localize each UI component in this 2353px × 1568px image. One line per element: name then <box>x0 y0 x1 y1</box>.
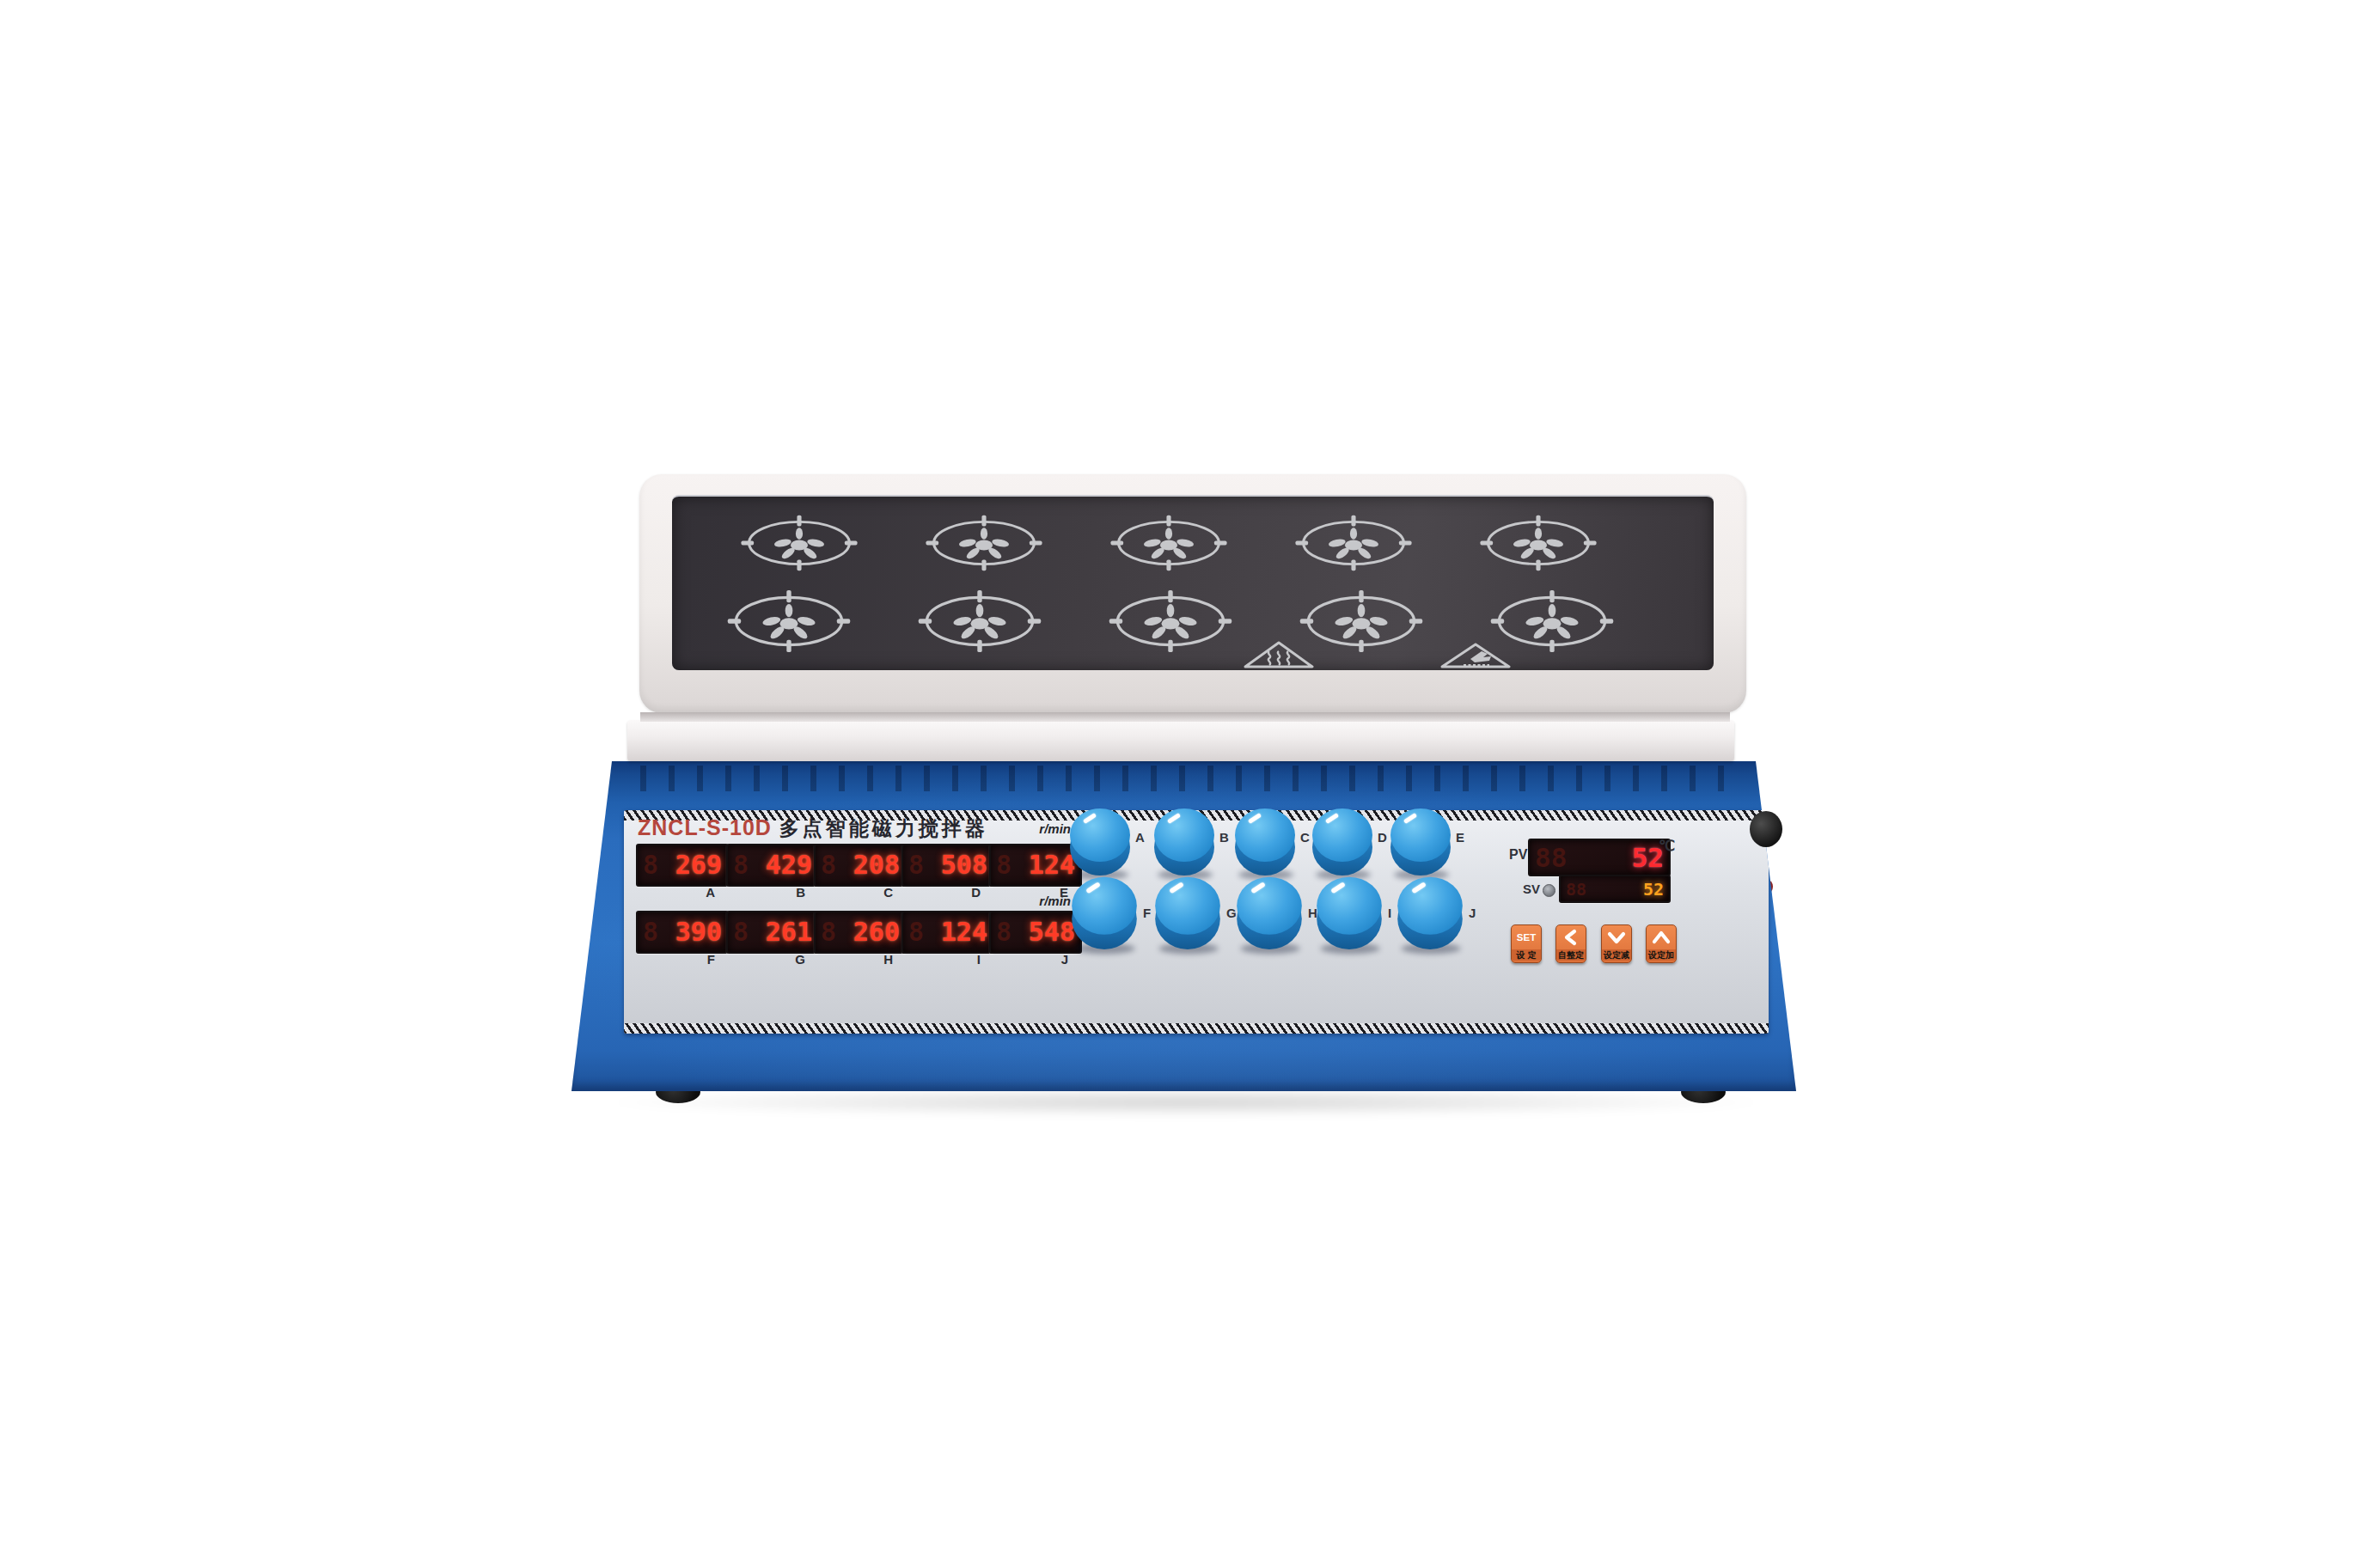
knob-letter-b: B <box>1219 830 1229 845</box>
rpm-display-g: 8261 <box>726 911 819 954</box>
knob-letter-d: D <box>1378 830 1387 845</box>
pv-label: PV <box>1509 847 1527 863</box>
rpm-display-c: 8208 <box>814 844 907 887</box>
knob-letter-a: A <box>1135 830 1145 845</box>
plate-seam <box>640 712 1730 722</box>
speed-knob-f[interactable] <box>1072 877 1137 951</box>
celsius-unit-label: ℃ <box>1659 837 1675 855</box>
knob-letter-e: E <box>1456 830 1464 845</box>
stir-station-g <box>914 589 1046 654</box>
rpm-display-i: 8124 <box>901 911 994 954</box>
stir-station-f <box>723 589 855 654</box>
channel-label-f: F <box>636 952 715 967</box>
plate-base-layer <box>627 720 1734 761</box>
channel-label-a: A <box>636 885 715 900</box>
sv-label: SV <box>1523 882 1540 896</box>
stir-station-c <box>1106 514 1232 572</box>
channel-label-g: G <box>726 952 805 967</box>
magnetic-stirrer-photo: ZNCL-S-10D 多点智能磁力搅拌器 r/min r/min 8269 84… <box>0 0 2353 1568</box>
speed-knob-i[interactable] <box>1317 877 1382 951</box>
speed-knob-d[interactable] <box>1312 808 1372 877</box>
ceramic-glass-top <box>672 495 1714 670</box>
decrease-button[interactable]: 设定减 <box>1601 924 1632 963</box>
increase-button-cn-label: 设定加 <box>1647 949 1676 961</box>
autotune-button-cn-label: 自整定 <box>1556 949 1586 961</box>
sv-temperature-display: 8852 <box>1559 875 1671 903</box>
chevron-left-icon <box>1556 925 1586 949</box>
speed-knob-a[interactable] <box>1070 808 1130 877</box>
channel-label-d: D <box>901 885 981 900</box>
rpm-display-f: 8390 <box>636 911 729 954</box>
autotune-button[interactable]: 自整定 <box>1555 924 1586 963</box>
knob-letter-g: G <box>1226 906 1237 920</box>
set-button-cn-label: 设 定 <box>1512 949 1541 961</box>
stir-station-a <box>736 514 862 572</box>
ground-shadow <box>593 1088 1779 1117</box>
pv-temperature-display: 8852 <box>1528 839 1671 876</box>
knob-letter-i: I <box>1388 906 1391 920</box>
sv-indicator-lamp <box>1543 884 1555 897</box>
rpm-display-d: 8508 <box>901 844 994 887</box>
speed-knob-g[interactable] <box>1155 877 1220 951</box>
chevron-down-icon <box>1602 925 1631 949</box>
channel-label-e: E <box>989 885 1068 900</box>
channel-label-h: H <box>814 952 893 967</box>
set-button[interactable]: SET 设 定 <box>1511 924 1542 963</box>
set-button-glyph: SET <box>1512 925 1541 949</box>
stir-station-b <box>921 514 1047 572</box>
side-cap <box>1750 811 1782 847</box>
rpm-display-e: 8124 <box>989 844 1082 887</box>
increase-button[interactable]: 设定加 <box>1646 924 1677 963</box>
chevron-up-icon <box>1647 925 1676 949</box>
channel-label-c: C <box>814 885 893 900</box>
knob-letter-f: F <box>1143 906 1151 920</box>
channel-label-j: J <box>989 952 1068 967</box>
rpm-display-a: 8269 <box>636 844 729 887</box>
channel-label-i: I <box>901 952 981 967</box>
knob-letter-j: J <box>1469 906 1476 920</box>
model-number: ZNCL-S-10D <box>638 815 772 840</box>
knob-letter-c: C <box>1300 830 1310 845</box>
stir-station-e <box>1476 514 1601 572</box>
rpm-unit-label-row1: r/min <box>933 821 1071 836</box>
speed-knob-b[interactable] <box>1154 808 1214 877</box>
stir-station-h <box>1104 589 1237 654</box>
stir-station-d <box>1291 514 1416 572</box>
vent-slots <box>640 766 1732 791</box>
speed-knob-h[interactable] <box>1237 877 1302 951</box>
rpm-display-h: 8260 <box>814 911 907 954</box>
speed-knob-j[interactable] <box>1397 877 1463 951</box>
decrease-button-cn-label: 设定减 <box>1602 949 1631 961</box>
channel-label-b: B <box>726 885 805 900</box>
rpm-display-j: 8548 <box>989 911 1082 954</box>
hand-hazard-warning-icon <box>1438 641 1513 670</box>
top-plate <box>639 474 1746 713</box>
speed-knob-e[interactable] <box>1390 808 1451 877</box>
rpm-display-b: 8429 <box>726 844 819 887</box>
panel-hatch-border-bottom <box>624 1023 1769 1034</box>
speed-knob-c[interactable] <box>1235 808 1295 877</box>
hot-surface-warning-icon <box>1240 639 1317 670</box>
